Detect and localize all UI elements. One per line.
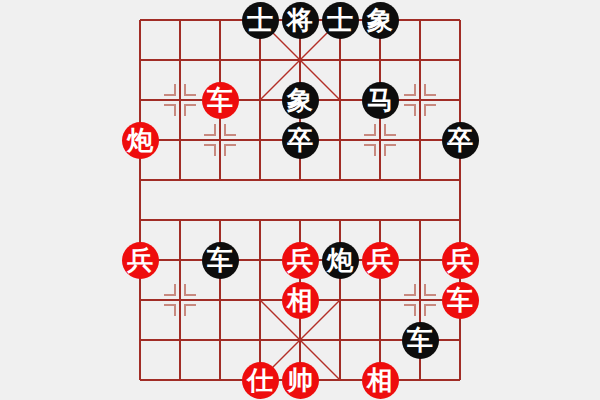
- piece-red-soldier[interactable]: 兵: [442, 242, 479, 279]
- piece-black-elephant[interactable]: 象: [362, 2, 399, 39]
- piece-red-elephant[interactable]: 相: [282, 282, 319, 319]
- piece-red-soldier[interactable]: 兵: [122, 242, 159, 279]
- piece-black-elephant[interactable]: 象: [282, 82, 319, 119]
- piece-black-soldier[interactable]: 卒: [442, 122, 479, 159]
- piece-red-elephant[interactable]: 相: [362, 362, 399, 399]
- piece-black-advisor[interactable]: 士: [242, 2, 279, 39]
- piece-red-chariot[interactable]: 车: [442, 282, 479, 319]
- piece-red-soldier[interactable]: 兵: [282, 242, 319, 279]
- piece-black-advisor[interactable]: 士: [322, 2, 359, 39]
- pieces-grid: 士将士象象马卒卒车炮车车炮兵兵兵兵相车仕帅相: [120, 0, 480, 400]
- piece-black-chariot[interactable]: 车: [402, 322, 439, 359]
- piece-black-cannon[interactable]: 炮: [322, 242, 359, 279]
- piece-red-chariot[interactable]: 车: [202, 82, 239, 119]
- piece-red-soldier[interactable]: 兵: [362, 242, 399, 279]
- piece-black-horse[interactable]: 马: [362, 82, 399, 119]
- piece-black-general[interactable]: 将: [282, 2, 319, 39]
- xiangqi-app: 士将士象象马卒卒车炮车车炮兵兵兵兵相车仕帅相: [0, 0, 600, 400]
- piece-red-cannon[interactable]: 炮: [122, 122, 159, 159]
- piece-black-chariot[interactable]: 车: [202, 242, 239, 279]
- piece-red-general[interactable]: 帅: [282, 362, 319, 399]
- piece-black-soldier[interactable]: 卒: [282, 122, 319, 159]
- piece-red-advisor[interactable]: 仕: [242, 362, 279, 399]
